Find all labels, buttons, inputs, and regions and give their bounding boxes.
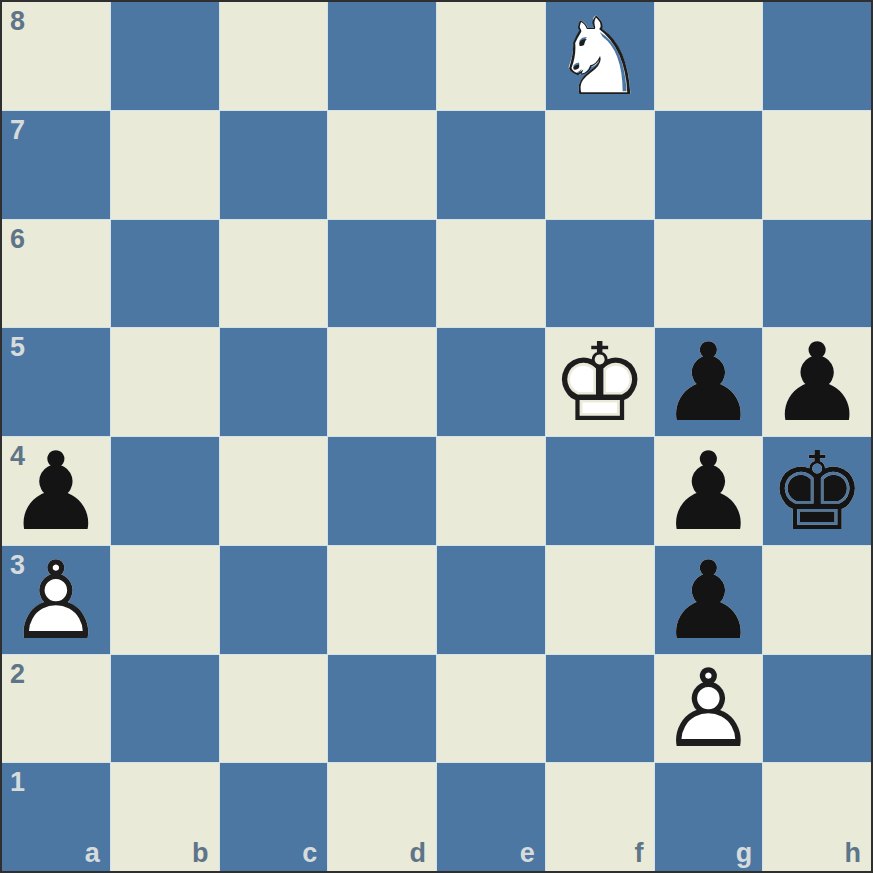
square-a6[interactable]: 6 — [2, 220, 110, 328]
white-knight-glyph-fill: ♞ — [546, 3, 654, 111]
square-h5[interactable]: ♟♟ — [763, 328, 871, 436]
square-h2[interactable] — [763, 655, 871, 763]
white-king-glyph-outline: ♔ — [546, 329, 654, 437]
square-e2[interactable] — [437, 655, 545, 763]
black-pawn-glyph-outline: ♟ — [655, 329, 763, 437]
square-d2[interactable] — [328, 655, 436, 763]
square-a5[interactable]: 5 — [2, 328, 110, 436]
square-f5[interactable]: ♚♔ — [546, 328, 654, 436]
black-pawn-glyph-outline: ♟ — [655, 547, 763, 655]
square-e3[interactable] — [437, 546, 545, 654]
square-c2[interactable] — [220, 655, 328, 763]
square-b3[interactable] — [111, 546, 219, 654]
square-c1[interactable]: c — [220, 763, 328, 871]
square-b7[interactable] — [111, 111, 219, 219]
black-pawn-glyph-fill: ♟ — [655, 438, 763, 546]
rank-label-2: 2 — [10, 661, 25, 688]
square-d3[interactable] — [328, 546, 436, 654]
square-f4[interactable] — [546, 437, 654, 545]
black-pawn-glyph-outline: ♟ — [763, 329, 871, 437]
white-pawn-glyph-fill: ♟ — [2, 547, 110, 655]
square-f6[interactable] — [546, 220, 654, 328]
square-h7[interactable] — [763, 111, 871, 219]
file-label-c: c — [302, 840, 317, 867]
black-pawn-glyph-outline: ♟ — [655, 438, 763, 546]
square-c6[interactable] — [220, 220, 328, 328]
black-pawn-glyph-fill: ♟ — [655, 329, 763, 437]
square-h4[interactable]: ♚♚ — [763, 437, 871, 545]
square-c8[interactable] — [220, 2, 328, 110]
rank-label-1: 1 — [10, 769, 25, 796]
square-g7[interactable] — [655, 111, 763, 219]
square-c4[interactable] — [220, 437, 328, 545]
square-a1[interactable]: 1a — [2, 763, 110, 871]
square-e1[interactable]: e — [437, 763, 545, 871]
square-f2[interactable] — [546, 655, 654, 763]
square-f8[interactable]: ♞♘ — [546, 2, 654, 110]
rank-label-8: 8 — [10, 8, 25, 35]
black-pawn-glyph-outline: ♟ — [2, 438, 110, 546]
chess-board: 8♞♘765♚♔♟♟♟♟4♟♟♟♟♚♚3♟♙♟♟2♟♙1abcdefgh — [0, 0, 873, 873]
square-d1[interactable]: d — [328, 763, 436, 871]
piece-white-knight-icon[interactable]: ♞♘ — [546, 2, 654, 110]
piece-white-pawn-icon[interactable]: ♟♙ — [655, 655, 763, 763]
piece-black-pawn-icon[interactable]: ♟♟ — [2, 437, 110, 545]
rank-label-7: 7 — [10, 117, 25, 144]
file-label-g: g — [736, 840, 753, 867]
square-d4[interactable] — [328, 437, 436, 545]
square-f1[interactable]: f — [546, 763, 654, 871]
square-h8[interactable] — [763, 2, 871, 110]
square-b2[interactable] — [111, 655, 219, 763]
square-f3[interactable] — [546, 546, 654, 654]
square-a2[interactable]: 2 — [2, 655, 110, 763]
square-e8[interactable] — [437, 2, 545, 110]
square-e5[interactable] — [437, 328, 545, 436]
file-label-b: b — [192, 840, 209, 867]
square-g1[interactable]: g — [655, 763, 763, 871]
square-a7[interactable]: 7 — [2, 111, 110, 219]
rank-label-5: 5 — [10, 334, 25, 361]
square-g2[interactable]: ♟♙ — [655, 655, 763, 763]
square-c7[interactable] — [220, 111, 328, 219]
file-label-e: e — [520, 840, 535, 867]
white-king-glyph-fill: ♚ — [546, 329, 654, 437]
square-a4[interactable]: 4♟♟ — [2, 437, 110, 545]
square-g8[interactable] — [655, 2, 763, 110]
piece-black-pawn-icon[interactable]: ♟♟ — [763, 328, 871, 436]
piece-black-pawn-icon[interactable]: ♟♟ — [655, 437, 763, 545]
square-b1[interactable]: b — [111, 763, 219, 871]
square-d7[interactable] — [328, 111, 436, 219]
square-h3[interactable] — [763, 546, 871, 654]
square-e6[interactable] — [437, 220, 545, 328]
square-d6[interactable] — [328, 220, 436, 328]
square-b8[interactable] — [111, 2, 219, 110]
file-label-h: h — [845, 840, 862, 867]
black-king-glyph-outline: ♚ — [763, 438, 871, 546]
white-pawn-glyph-outline: ♙ — [655, 656, 763, 764]
square-c5[interactable] — [220, 328, 328, 436]
black-pawn-glyph-fill: ♟ — [763, 329, 871, 437]
rank-label-6: 6 — [10, 226, 25, 253]
piece-white-pawn-icon[interactable]: ♟♙ — [2, 546, 110, 654]
square-a3[interactable]: 3♟♙ — [2, 546, 110, 654]
square-g6[interactable] — [655, 220, 763, 328]
square-h1[interactable]: h — [763, 763, 871, 871]
file-label-a: a — [85, 840, 100, 867]
file-label-f: f — [635, 840, 644, 867]
square-b5[interactable] — [111, 328, 219, 436]
white-knight-glyph-outline: ♘ — [546, 3, 654, 111]
white-pawn-glyph-outline: ♙ — [2, 547, 110, 655]
square-f7[interactable] — [546, 111, 654, 219]
square-d8[interactable] — [328, 2, 436, 110]
square-d5[interactable] — [328, 328, 436, 436]
square-h6[interactable] — [763, 220, 871, 328]
black-pawn-glyph-fill: ♟ — [2, 438, 110, 546]
square-a8[interactable]: 8 — [2, 2, 110, 110]
square-g3[interactable]: ♟♟ — [655, 546, 763, 654]
square-e4[interactable] — [437, 437, 545, 545]
white-pawn-glyph-fill: ♟ — [655, 656, 763, 764]
square-g4[interactable]: ♟♟ — [655, 437, 763, 545]
piece-white-king-icon[interactable]: ♚♔ — [546, 328, 654, 436]
black-pawn-glyph-fill: ♟ — [655, 547, 763, 655]
square-b4[interactable] — [111, 437, 219, 545]
square-b6[interactable] — [111, 220, 219, 328]
piece-black-pawn-icon[interactable]: ♟♟ — [655, 328, 763, 436]
square-c3[interactable] — [220, 546, 328, 654]
square-e7[interactable] — [437, 111, 545, 219]
black-king-glyph-fill: ♚ — [763, 438, 871, 546]
piece-black-king-icon[interactable]: ♚♚ — [763, 437, 871, 545]
square-g5[interactable]: ♟♟ — [655, 328, 763, 436]
file-label-d: d — [410, 840, 427, 867]
piece-black-pawn-icon[interactable]: ♟♟ — [655, 546, 763, 654]
